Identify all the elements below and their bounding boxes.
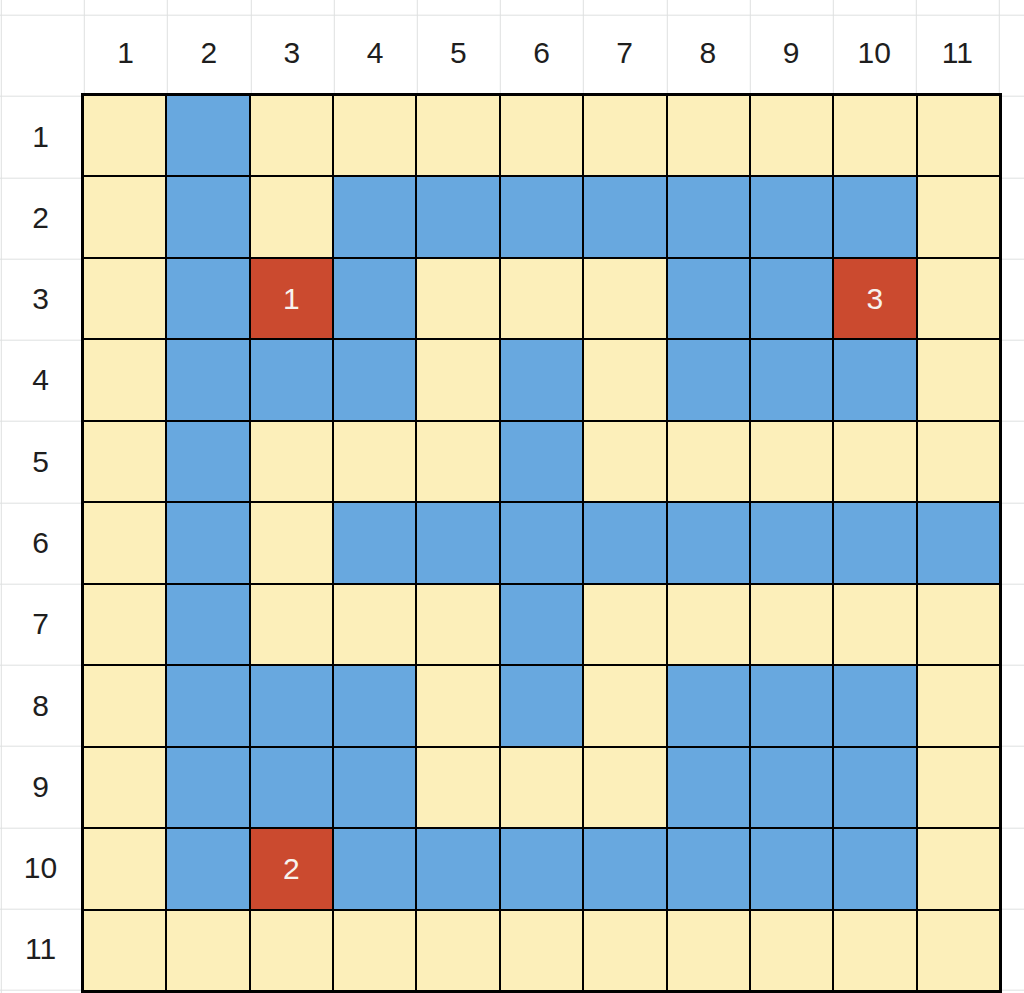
row-header-2: 2 xyxy=(0,177,81,258)
cell-r10-c10[interactable] xyxy=(834,829,915,908)
cell-r1-c6[interactable] xyxy=(501,96,582,175)
cell-r5-c9[interactable] xyxy=(751,422,832,501)
cell-r2-c9[interactable] xyxy=(751,177,832,256)
col-header-1: 1 xyxy=(84,13,167,93)
cell-r11-c11[interactable] xyxy=(918,911,999,990)
cell-r6-c3[interactable] xyxy=(251,503,332,582)
cell-r4-c8[interactable] xyxy=(668,340,749,419)
cell-r7-c9[interactable] xyxy=(751,585,832,664)
col-header-10: 10 xyxy=(833,13,916,93)
cell-r7-c5[interactable] xyxy=(417,585,498,664)
cell-r2-c10[interactable] xyxy=(834,177,915,256)
cell-r3-c11[interactable] xyxy=(918,259,999,338)
cell-r7-c6[interactable] xyxy=(501,585,582,664)
col-header-5: 5 xyxy=(417,13,500,93)
cell-r8-c5[interactable] xyxy=(417,666,498,745)
cell-r8-c2[interactable] xyxy=(167,666,248,745)
cell-r11-c9[interactable] xyxy=(751,911,832,990)
cell-r2-c7[interactable] xyxy=(584,177,665,256)
cell-r5-c3[interactable] xyxy=(251,422,332,501)
cell-r6-c7[interactable] xyxy=(584,503,665,582)
cell-r8-c8[interactable] xyxy=(668,666,749,745)
cell-r2-c5[interactable] xyxy=(417,177,498,256)
cell-r6-c4[interactable] xyxy=(334,503,415,582)
cell-r8-c1[interactable] xyxy=(84,666,165,745)
cell-r3-c7[interactable] xyxy=(584,259,665,338)
cell-r1-c11[interactable] xyxy=(918,96,999,175)
cell-r5-c4[interactable] xyxy=(334,422,415,501)
cell-r10-c5[interactable] xyxy=(417,829,498,908)
checkpoint-number: 3 xyxy=(867,284,884,314)
cell-r6-c11[interactable] xyxy=(918,503,999,582)
cell-r9-c1[interactable] xyxy=(84,748,165,827)
cell-r5-c10[interactable] xyxy=(834,422,915,501)
cell-r6-c6[interactable] xyxy=(501,503,582,582)
cell-r3-c2[interactable] xyxy=(167,259,248,338)
col-header-7: 7 xyxy=(583,13,666,93)
cell-r6-c8[interactable] xyxy=(668,503,749,582)
cell-r10-c1[interactable] xyxy=(84,829,165,908)
cell-r3-c4[interactable] xyxy=(334,259,415,338)
cell-r2-c4[interactable] xyxy=(334,177,415,256)
row-header-11: 11 xyxy=(0,909,81,990)
cell-r5-c5[interactable] xyxy=(417,422,498,501)
cell-r6-c2[interactable] xyxy=(167,503,248,582)
cell-r9-c11[interactable] xyxy=(918,748,999,827)
column-headers: 1234567891011 xyxy=(84,13,999,93)
cell-r4-c9[interactable] xyxy=(751,340,832,419)
cell-r11-c10[interactable] xyxy=(834,911,915,990)
col-header-2: 2 xyxy=(167,13,250,93)
row-header-4: 4 xyxy=(0,340,81,421)
cell-r1-c5[interactable] xyxy=(417,96,498,175)
col-header-11: 11 xyxy=(916,13,999,93)
cell-r1-c4[interactable] xyxy=(334,96,415,175)
col-header-8: 8 xyxy=(666,13,749,93)
cell-r4-c1[interactable] xyxy=(84,340,165,419)
cell-r4-c10[interactable] xyxy=(834,340,915,419)
cell-r3-c8[interactable] xyxy=(668,259,749,338)
cell-r8-c4[interactable] xyxy=(334,666,415,745)
cell-r8-c10[interactable] xyxy=(834,666,915,745)
cell-r6-c1[interactable] xyxy=(84,503,165,582)
cell-r2-c2[interactable] xyxy=(167,177,248,256)
cell-r4-c2[interactable] xyxy=(167,340,248,419)
cell-r10-c7[interactable] xyxy=(584,829,665,908)
cell-r3-c9[interactable] xyxy=(751,259,832,338)
cell-r9-c2[interactable] xyxy=(167,748,248,827)
cell-r2-c1[interactable] xyxy=(84,177,165,256)
cell-r1-c9[interactable] xyxy=(751,96,832,175)
cell-r6-c10[interactable] xyxy=(834,503,915,582)
cell-r11-c1[interactable] xyxy=(84,911,165,990)
row-headers: 1234567891011 xyxy=(0,96,81,990)
cell-r11-c7[interactable] xyxy=(584,911,665,990)
row-header-9: 9 xyxy=(0,746,81,827)
cell-r4-c3[interactable] xyxy=(251,340,332,419)
cell-r3-c10[interactable]: 3 xyxy=(834,259,915,338)
cell-r3-c1[interactable] xyxy=(84,259,165,338)
cell-r9-c9[interactable] xyxy=(751,748,832,827)
cell-r11-c8[interactable] xyxy=(668,911,749,990)
cell-r7-c8[interactable] xyxy=(668,585,749,664)
row-header-1: 1 xyxy=(0,96,81,177)
cell-r7-c4[interactable] xyxy=(334,585,415,664)
cell-r9-c3[interactable] xyxy=(251,748,332,827)
cell-r5-c2[interactable] xyxy=(167,422,248,501)
cell-r2-c11[interactable] xyxy=(918,177,999,256)
cell-r2-c8[interactable] xyxy=(668,177,749,256)
checkpoint-number: 1 xyxy=(283,284,300,314)
cell-r10-c8[interactable] xyxy=(668,829,749,908)
cell-r3-c5[interactable] xyxy=(417,259,498,338)
cell-r2-c3[interactable] xyxy=(251,177,332,256)
puzzle-board: 132 xyxy=(81,93,1002,993)
cell-r4-c11[interactable] xyxy=(918,340,999,419)
cell-r4-c5[interactable] xyxy=(417,340,498,419)
cell-r11-c5[interactable] xyxy=(417,911,498,990)
cell-r9-c7[interactable] xyxy=(584,748,665,827)
row-header-7: 7 xyxy=(0,584,81,665)
cell-r4-c4[interactable] xyxy=(334,340,415,419)
cell-r10-c4[interactable] xyxy=(334,829,415,908)
col-header-3: 3 xyxy=(250,13,333,93)
cell-r9-c8[interactable] xyxy=(668,748,749,827)
cell-r5-c8[interactable] xyxy=(668,422,749,501)
cell-r10-c3[interactable]: 2 xyxy=(251,829,332,908)
cell-r5-c11[interactable] xyxy=(918,422,999,501)
row-header-5: 5 xyxy=(0,421,81,502)
cell-r1-c2[interactable] xyxy=(167,96,248,175)
cell-r4-c7[interactable] xyxy=(584,340,665,419)
cell-r7-c11[interactable] xyxy=(918,585,999,664)
cell-r4-c6[interactable] xyxy=(501,340,582,419)
cell-r11-c4[interactable] xyxy=(334,911,415,990)
cell-r8-c9[interactable] xyxy=(751,666,832,745)
cell-r2-c6[interactable] xyxy=(501,177,582,256)
cell-r10-c2[interactable] xyxy=(167,829,248,908)
row-header-3: 3 xyxy=(0,259,81,340)
row-header-10: 10 xyxy=(0,827,81,908)
cell-r7-c10[interactable] xyxy=(834,585,915,664)
col-header-9: 9 xyxy=(749,13,832,93)
cell-r8-c6[interactable] xyxy=(501,666,582,745)
cell-r8-c7[interactable] xyxy=(584,666,665,745)
cell-r11-c6[interactable] xyxy=(501,911,582,990)
cell-r9-c4[interactable] xyxy=(334,748,415,827)
cell-r7-c2[interactable] xyxy=(167,585,248,664)
cell-r10-c6[interactable] xyxy=(501,829,582,908)
cell-r1-c1[interactable] xyxy=(84,96,165,175)
cell-r1-c8[interactable] xyxy=(668,96,749,175)
cell-r8-c3[interactable] xyxy=(251,666,332,745)
cell-r9-c6[interactable] xyxy=(501,748,582,827)
cell-r5-c7[interactable] xyxy=(584,422,665,501)
cell-r6-c9[interactable] xyxy=(751,503,832,582)
cell-r5-c6[interactable] xyxy=(501,422,582,501)
cell-r1-c10[interactable] xyxy=(834,96,915,175)
col-header-4: 4 xyxy=(334,13,417,93)
checkpoint-number: 2 xyxy=(283,854,300,884)
cell-r3-c6[interactable] xyxy=(501,259,582,338)
row-header-8: 8 xyxy=(0,665,81,746)
cell-r9-c5[interactable] xyxy=(417,748,498,827)
cell-r6-c5[interactable] xyxy=(417,503,498,582)
cell-r8-c11[interactable] xyxy=(918,666,999,745)
cell-r7-c7[interactable] xyxy=(584,585,665,664)
cell-r11-c2[interactable] xyxy=(167,911,248,990)
col-header-6: 6 xyxy=(500,13,583,93)
cell-r3-c3[interactable]: 1 xyxy=(251,259,332,338)
cell-r1-c3[interactable] xyxy=(251,96,332,175)
cell-r10-c9[interactable] xyxy=(751,829,832,908)
cell-r7-c1[interactable] xyxy=(84,585,165,664)
cell-r1-c7[interactable] xyxy=(584,96,665,175)
cell-r11-c3[interactable] xyxy=(251,911,332,990)
cell-r7-c3[interactable] xyxy=(251,585,332,664)
cell-r10-c11[interactable] xyxy=(918,829,999,908)
cell-r5-c1[interactable] xyxy=(84,422,165,501)
row-header-6: 6 xyxy=(0,502,81,583)
cell-r9-c10[interactable] xyxy=(834,748,915,827)
puzzle-stage: 1234567891011 1234567891011 132 xyxy=(0,0,1024,993)
